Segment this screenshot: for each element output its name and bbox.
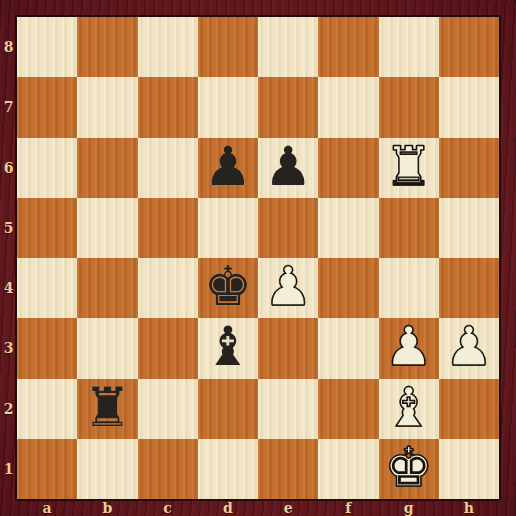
square-b8[interactable] — [77, 17, 137, 77]
file-label-h: h — [439, 499, 499, 516]
square-e1[interactable] — [258, 439, 318, 499]
square-f5[interactable] — [318, 198, 378, 258]
square-b2[interactable]: ♜ — [77, 379, 137, 439]
square-c5[interactable] — [138, 198, 198, 258]
square-c4[interactable] — [138, 258, 198, 318]
square-g7[interactable] — [379, 77, 439, 137]
square-d3[interactable]: ♝ — [198, 318, 258, 378]
square-h3[interactable]: ♟ — [439, 318, 499, 378]
file-label-b: b — [77, 499, 137, 516]
square-a2[interactable] — [17, 379, 77, 439]
white-king[interactable]: ♚ — [384, 441, 432, 495]
square-a5[interactable] — [17, 198, 77, 258]
square-g4[interactable] — [379, 258, 439, 318]
square-f3[interactable] — [318, 318, 378, 378]
white-pawn[interactable]: ♟ — [264, 260, 312, 314]
square-d7[interactable] — [198, 77, 258, 137]
square-f2[interactable] — [318, 379, 378, 439]
square-h8[interactable] — [439, 17, 499, 77]
black-rook[interactable]: ♜ — [83, 381, 131, 435]
black-pawn[interactable]: ♟ — [204, 140, 252, 194]
rank-label-7: 7 — [0, 77, 17, 137]
white-bishop[interactable]: ♝ — [384, 381, 432, 435]
square-c6[interactable] — [138, 138, 198, 198]
square-h7[interactable] — [439, 77, 499, 137]
square-c2[interactable] — [138, 379, 198, 439]
rank-label-2: 2 — [0, 379, 17, 439]
rank-label-3: 3 — [0, 318, 17, 378]
square-h2[interactable] — [439, 379, 499, 439]
file-label-g: g — [379, 499, 439, 516]
square-d5[interactable] — [198, 198, 258, 258]
black-pawn[interactable]: ♟ — [264, 140, 312, 194]
square-d6[interactable]: ♟ — [198, 138, 258, 198]
square-e8[interactable] — [258, 17, 318, 77]
square-f7[interactable] — [318, 77, 378, 137]
square-d1[interactable] — [198, 439, 258, 499]
rank-label-5: 5 — [0, 198, 17, 258]
file-label-d: d — [198, 499, 258, 516]
square-h4[interactable] — [439, 258, 499, 318]
file-label-e: e — [258, 499, 318, 516]
square-g5[interactable] — [379, 198, 439, 258]
rank-label-8: 8 — [0, 17, 17, 77]
white-rook[interactable]: ♜ — [384, 140, 432, 194]
square-a6[interactable] — [17, 138, 77, 198]
square-d2[interactable] — [198, 379, 258, 439]
square-f4[interactable] — [318, 258, 378, 318]
square-b6[interactable] — [77, 138, 137, 198]
square-f6[interactable] — [318, 138, 378, 198]
file-label-a: a — [17, 499, 77, 516]
square-d8[interactable] — [198, 17, 258, 77]
square-b3[interactable] — [77, 318, 137, 378]
black-king[interactable]: ♚ — [204, 260, 252, 314]
file-label-c: c — [138, 499, 198, 516]
file-label-f: f — [318, 499, 378, 516]
rank-label-1: 1 — [0, 439, 17, 499]
square-e5[interactable] — [258, 198, 318, 258]
square-f1[interactable] — [318, 439, 378, 499]
square-h1[interactable] — [439, 439, 499, 499]
square-e4[interactable]: ♟ — [258, 258, 318, 318]
chess-board: ♟♟♜♚♟♝♟♟♜♝♚ — [17, 17, 499, 499]
square-f8[interactable] — [318, 17, 378, 77]
square-c1[interactable] — [138, 439, 198, 499]
square-a1[interactable] — [17, 439, 77, 499]
chess-board-frame: ♟♟♜♚♟♝♟♟♜♝♚ 87654321 abcdefgh — [0, 0, 516, 516]
square-e2[interactable] — [258, 379, 318, 439]
rank-label-4: 4 — [0, 258, 17, 318]
square-e6[interactable]: ♟ — [258, 138, 318, 198]
square-c3[interactable] — [138, 318, 198, 378]
square-a3[interactable] — [17, 318, 77, 378]
square-b5[interactable] — [77, 198, 137, 258]
square-g1[interactable]: ♚ — [379, 439, 439, 499]
white-pawn[interactable]: ♟ — [445, 320, 493, 374]
square-b1[interactable] — [77, 439, 137, 499]
square-c7[interactable] — [138, 77, 198, 137]
square-b7[interactable] — [77, 77, 137, 137]
square-d4[interactable]: ♚ — [198, 258, 258, 318]
square-e7[interactable] — [258, 77, 318, 137]
square-h5[interactable] — [439, 198, 499, 258]
white-pawn[interactable]: ♟ — [384, 320, 432, 374]
square-a8[interactable] — [17, 17, 77, 77]
square-g6[interactable]: ♜ — [379, 138, 439, 198]
square-a7[interactable] — [17, 77, 77, 137]
black-bishop[interactable]: ♝ — [204, 320, 252, 374]
square-h6[interactable] — [439, 138, 499, 198]
square-c8[interactable] — [138, 17, 198, 77]
square-g3[interactable]: ♟ — [379, 318, 439, 378]
square-b4[interactable] — [77, 258, 137, 318]
square-a4[interactable] — [17, 258, 77, 318]
square-g2[interactable]: ♝ — [379, 379, 439, 439]
square-g8[interactable] — [379, 17, 439, 77]
rank-label-6: 6 — [0, 138, 17, 198]
square-e3[interactable] — [258, 318, 318, 378]
